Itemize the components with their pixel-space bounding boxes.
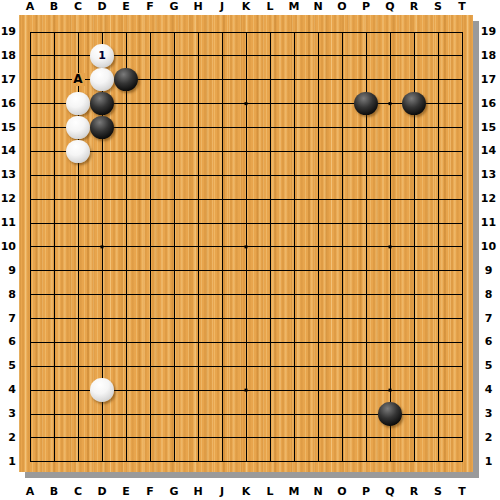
intersection[interactable] <box>258 378 282 402</box>
intersection[interactable] <box>402 163 426 187</box>
intersection[interactable] <box>66 378 90 402</box>
intersection[interactable] <box>258 139 282 163</box>
intersection[interactable] <box>450 307 474 331</box>
intersection[interactable] <box>18 139 42 163</box>
intersection[interactable] <box>258 450 282 474</box>
intersection[interactable] <box>258 187 282 211</box>
intersection[interactable] <box>18 283 42 307</box>
intersection[interactable] <box>18 259 42 283</box>
intersection[interactable] <box>426 330 450 354</box>
intersection[interactable] <box>426 211 450 235</box>
stone-white[interactable] <box>66 92 90 116</box>
intersection[interactable] <box>234 68 258 92</box>
intersection[interactable] <box>282 354 306 378</box>
intersection[interactable] <box>162 44 186 68</box>
intersection[interactable] <box>210 211 234 235</box>
intersection[interactable] <box>138 116 162 140</box>
intersection[interactable] <box>42 211 66 235</box>
intersection[interactable] <box>402 20 426 44</box>
intersection[interactable] <box>186 283 210 307</box>
intersection[interactable] <box>42 139 66 163</box>
intersection[interactable] <box>378 116 402 140</box>
intersection[interactable] <box>450 235 474 259</box>
intersection[interactable] <box>18 44 42 68</box>
intersection[interactable] <box>66 259 90 283</box>
intersection[interactable] <box>42 44 66 68</box>
stone-black[interactable] <box>402 92 426 116</box>
intersection[interactable] <box>330 187 354 211</box>
intersection[interactable] <box>426 139 450 163</box>
intersection[interactable] <box>114 330 138 354</box>
intersection[interactable] <box>282 450 306 474</box>
intersection[interactable] <box>354 187 378 211</box>
intersection[interactable] <box>402 44 426 68</box>
intersection[interactable] <box>210 68 234 92</box>
intersection[interactable] <box>210 330 234 354</box>
intersection[interactable] <box>42 20 66 44</box>
intersection[interactable] <box>450 92 474 116</box>
intersection[interactable] <box>258 402 282 426</box>
intersection[interactable] <box>138 450 162 474</box>
intersection[interactable] <box>354 163 378 187</box>
intersection[interactable] <box>378 450 402 474</box>
intersection[interactable] <box>210 139 234 163</box>
intersection[interactable] <box>330 426 354 450</box>
intersection[interactable] <box>210 426 234 450</box>
intersection[interactable] <box>402 402 426 426</box>
intersection[interactable] <box>258 44 282 68</box>
intersection[interactable] <box>282 211 306 235</box>
intersection[interactable] <box>66 20 90 44</box>
intersection[interactable] <box>138 211 162 235</box>
intersection[interactable] <box>90 402 114 426</box>
intersection[interactable] <box>138 235 162 259</box>
intersection[interactable] <box>282 378 306 402</box>
intersection[interactable] <box>210 307 234 331</box>
intersection[interactable] <box>210 354 234 378</box>
intersection[interactable] <box>330 235 354 259</box>
intersection[interactable] <box>114 307 138 331</box>
intersection[interactable] <box>426 116 450 140</box>
intersection[interactable] <box>138 68 162 92</box>
intersection[interactable] <box>330 211 354 235</box>
intersection[interactable] <box>234 44 258 68</box>
intersection[interactable] <box>378 20 402 44</box>
intersection[interactable] <box>138 20 162 44</box>
intersection[interactable] <box>354 283 378 307</box>
intersection[interactable] <box>210 44 234 68</box>
intersection[interactable] <box>114 402 138 426</box>
intersection[interactable] <box>42 378 66 402</box>
intersection[interactable] <box>114 426 138 450</box>
intersection[interactable] <box>114 20 138 44</box>
intersection[interactable] <box>282 307 306 331</box>
intersection[interactable] <box>90 20 114 44</box>
intersection[interactable] <box>42 426 66 450</box>
intersection[interactable] <box>402 354 426 378</box>
intersection[interactable] <box>114 116 138 140</box>
intersection[interactable] <box>234 211 258 235</box>
intersection[interactable] <box>210 20 234 44</box>
intersection[interactable] <box>282 92 306 116</box>
intersection[interactable] <box>234 283 258 307</box>
intersection[interactable] <box>426 259 450 283</box>
intersection[interactable] <box>306 283 330 307</box>
intersection[interactable] <box>282 68 306 92</box>
intersection[interactable] <box>90 259 114 283</box>
intersection[interactable] <box>162 283 186 307</box>
intersection[interactable] <box>234 402 258 426</box>
intersection[interactable] <box>282 20 306 44</box>
intersection[interactable] <box>42 259 66 283</box>
intersection[interactable] <box>282 187 306 211</box>
intersection[interactable] <box>306 450 330 474</box>
intersection[interactable] <box>186 187 210 211</box>
intersection[interactable] <box>234 426 258 450</box>
intersection[interactable] <box>234 354 258 378</box>
intersection[interactable] <box>18 211 42 235</box>
intersection[interactable] <box>66 450 90 474</box>
intersection[interactable] <box>354 378 378 402</box>
intersection[interactable] <box>42 283 66 307</box>
stone-black[interactable] <box>354 92 378 116</box>
intersection[interactable] <box>306 378 330 402</box>
intersection[interactable] <box>450 426 474 450</box>
stone-white[interactable] <box>90 378 114 402</box>
intersection[interactable] <box>186 139 210 163</box>
intersection[interactable] <box>354 330 378 354</box>
intersection[interactable] <box>114 163 138 187</box>
intersection[interactable] <box>90 354 114 378</box>
intersection[interactable] <box>90 283 114 307</box>
intersection[interactable] <box>90 307 114 331</box>
intersection[interactable] <box>330 450 354 474</box>
intersection[interactable] <box>210 116 234 140</box>
intersection[interactable] <box>114 235 138 259</box>
intersection[interactable] <box>42 307 66 331</box>
intersection[interactable] <box>450 378 474 402</box>
intersection[interactable] <box>66 116 90 140</box>
intersection[interactable] <box>426 187 450 211</box>
intersection[interactable] <box>258 68 282 92</box>
intersection[interactable] <box>282 163 306 187</box>
intersection[interactable] <box>258 163 282 187</box>
intersection[interactable] <box>138 44 162 68</box>
intersection[interactable] <box>426 354 450 378</box>
intersection[interactable] <box>354 116 378 140</box>
intersection[interactable] <box>42 450 66 474</box>
intersection[interactable] <box>306 235 330 259</box>
intersection[interactable] <box>210 259 234 283</box>
intersection[interactable] <box>210 187 234 211</box>
intersection[interactable] <box>162 259 186 283</box>
intersection[interactable] <box>450 163 474 187</box>
intersection[interactable] <box>450 68 474 92</box>
intersection[interactable]: A <box>66 68 90 92</box>
intersection[interactable] <box>402 235 426 259</box>
intersection[interactable] <box>186 307 210 331</box>
intersection[interactable] <box>90 378 114 402</box>
intersection[interactable] <box>90 330 114 354</box>
intersection[interactable] <box>162 211 186 235</box>
stone-black[interactable] <box>90 116 114 140</box>
intersection[interactable] <box>354 92 378 116</box>
intersection[interactable] <box>354 450 378 474</box>
intersection[interactable] <box>138 402 162 426</box>
intersection[interactable] <box>210 92 234 116</box>
intersection[interactable] <box>282 283 306 307</box>
intersection[interactable] <box>282 44 306 68</box>
stone-black[interactable] <box>114 68 138 92</box>
intersection[interactable] <box>138 330 162 354</box>
intersection[interactable] <box>306 426 330 450</box>
intersection[interactable] <box>402 187 426 211</box>
intersection[interactable] <box>114 211 138 235</box>
intersection[interactable] <box>354 354 378 378</box>
intersection[interactable] <box>306 330 330 354</box>
stone-white[interactable]: 1 <box>90 44 114 68</box>
intersection[interactable] <box>234 163 258 187</box>
intersection[interactable] <box>330 116 354 140</box>
intersection[interactable] <box>162 116 186 140</box>
intersection[interactable] <box>138 378 162 402</box>
intersection[interactable] <box>330 330 354 354</box>
intersection[interactable] <box>162 92 186 116</box>
intersection[interactable] <box>90 116 114 140</box>
intersection[interactable] <box>138 307 162 331</box>
intersection[interactable] <box>402 92 426 116</box>
intersection[interactable] <box>90 68 114 92</box>
intersection[interactable] <box>378 139 402 163</box>
intersection[interactable] <box>354 44 378 68</box>
intersection[interactable] <box>378 283 402 307</box>
intersection[interactable] <box>402 426 426 450</box>
intersection[interactable] <box>114 259 138 283</box>
intersection[interactable] <box>354 235 378 259</box>
intersection[interactable] <box>330 20 354 44</box>
intersection[interactable] <box>426 426 450 450</box>
intersection[interactable] <box>42 92 66 116</box>
intersection[interactable] <box>402 68 426 92</box>
intersection[interactable] <box>18 116 42 140</box>
stone-white[interactable] <box>66 140 90 164</box>
intersection[interactable] <box>354 307 378 331</box>
intersection[interactable] <box>378 402 402 426</box>
stone-white[interactable] <box>90 68 114 92</box>
intersection[interactable] <box>90 139 114 163</box>
stone-black[interactable] <box>90 92 114 116</box>
intersection[interactable] <box>450 330 474 354</box>
intersection[interactable] <box>378 44 402 68</box>
intersection[interactable] <box>162 307 186 331</box>
intersection[interactable] <box>258 354 282 378</box>
intersection[interactable] <box>330 259 354 283</box>
intersection[interactable] <box>162 330 186 354</box>
intersection[interactable] <box>330 354 354 378</box>
intersection[interactable] <box>234 330 258 354</box>
intersection[interactable] <box>258 259 282 283</box>
intersection[interactable] <box>282 426 306 450</box>
intersection[interactable] <box>426 163 450 187</box>
intersection[interactable] <box>426 20 450 44</box>
intersection[interactable] <box>402 139 426 163</box>
intersection[interactable] <box>378 211 402 235</box>
intersection[interactable] <box>306 163 330 187</box>
intersection[interactable] <box>450 116 474 140</box>
intersection[interactable] <box>114 450 138 474</box>
intersection[interactable] <box>138 354 162 378</box>
intersection[interactable] <box>402 259 426 283</box>
intersection[interactable] <box>402 378 426 402</box>
intersection[interactable] <box>450 20 474 44</box>
intersection[interactable] <box>186 163 210 187</box>
intersection[interactable] <box>330 163 354 187</box>
intersection[interactable] <box>402 211 426 235</box>
intersection[interactable] <box>66 235 90 259</box>
intersection[interactable] <box>18 307 42 331</box>
intersection[interactable] <box>354 20 378 44</box>
intersection[interactable] <box>330 44 354 68</box>
intersection[interactable] <box>66 139 90 163</box>
intersection[interactable] <box>186 68 210 92</box>
intersection[interactable]: 1 <box>90 44 114 68</box>
intersection[interactable] <box>450 187 474 211</box>
intersection[interactable] <box>258 283 282 307</box>
intersection[interactable] <box>450 139 474 163</box>
intersection[interactable] <box>258 116 282 140</box>
intersection[interactable] <box>402 116 426 140</box>
intersection[interactable] <box>186 426 210 450</box>
intersection[interactable] <box>378 330 402 354</box>
stone-black[interactable] <box>378 402 402 426</box>
intersection[interactable] <box>114 283 138 307</box>
intersection[interactable] <box>330 378 354 402</box>
intersection[interactable] <box>210 235 234 259</box>
intersection[interactable] <box>234 139 258 163</box>
intersection[interactable] <box>258 426 282 450</box>
intersection[interactable] <box>306 307 330 331</box>
intersection[interactable] <box>162 378 186 402</box>
intersection[interactable] <box>282 139 306 163</box>
intersection[interactable] <box>138 283 162 307</box>
intersection[interactable] <box>18 354 42 378</box>
intersection[interactable] <box>234 187 258 211</box>
intersection[interactable] <box>18 426 42 450</box>
intersection[interactable] <box>426 402 450 426</box>
intersection[interactable] <box>114 139 138 163</box>
intersection[interactable] <box>330 307 354 331</box>
intersection[interactable] <box>402 307 426 331</box>
intersection[interactable] <box>426 68 450 92</box>
intersection[interactable] <box>186 116 210 140</box>
intersection[interactable] <box>378 307 402 331</box>
intersection[interactable] <box>66 211 90 235</box>
intersection[interactable] <box>306 354 330 378</box>
intersection[interactable] <box>258 92 282 116</box>
intersection[interactable] <box>66 330 90 354</box>
intersection[interactable] <box>402 283 426 307</box>
intersection[interactable] <box>378 163 402 187</box>
intersection[interactable] <box>162 187 186 211</box>
intersection[interactable] <box>90 426 114 450</box>
intersection[interactable] <box>306 187 330 211</box>
intersection[interactable] <box>210 378 234 402</box>
intersection[interactable] <box>138 92 162 116</box>
intersection[interactable] <box>306 139 330 163</box>
intersection[interactable] <box>378 259 402 283</box>
intersection[interactable] <box>450 44 474 68</box>
intersection[interactable] <box>234 235 258 259</box>
intersection[interactable] <box>42 402 66 426</box>
intersection[interactable] <box>90 450 114 474</box>
intersection[interactable] <box>402 330 426 354</box>
intersection[interactable] <box>426 378 450 402</box>
intersection[interactable] <box>162 450 186 474</box>
intersection[interactable] <box>426 92 450 116</box>
intersection[interactable] <box>210 283 234 307</box>
intersection[interactable] <box>186 92 210 116</box>
intersection[interactable] <box>282 235 306 259</box>
intersection[interactable] <box>354 259 378 283</box>
intersection[interactable] <box>354 68 378 92</box>
intersection[interactable] <box>18 20 42 44</box>
intersection[interactable] <box>330 68 354 92</box>
intersection[interactable] <box>354 426 378 450</box>
intersection[interactable] <box>66 402 90 426</box>
intersection[interactable] <box>138 426 162 450</box>
intersection[interactable] <box>378 235 402 259</box>
intersection[interactable] <box>210 163 234 187</box>
intersection[interactable] <box>186 378 210 402</box>
intersection[interactable] <box>42 116 66 140</box>
stone-white[interactable] <box>66 116 90 140</box>
intersection[interactable] <box>330 139 354 163</box>
intersection[interactable] <box>66 307 90 331</box>
intersection[interactable] <box>114 187 138 211</box>
intersection[interactable] <box>234 378 258 402</box>
intersection[interactable] <box>306 68 330 92</box>
intersection[interactable] <box>18 68 42 92</box>
intersection[interactable] <box>18 163 42 187</box>
intersection[interactable] <box>258 235 282 259</box>
intersection[interactable] <box>90 92 114 116</box>
intersection[interactable] <box>162 354 186 378</box>
intersection[interactable] <box>66 163 90 187</box>
intersection[interactable] <box>186 450 210 474</box>
intersection[interactable] <box>114 44 138 68</box>
intersection[interactable] <box>186 259 210 283</box>
intersection[interactable] <box>378 187 402 211</box>
intersection[interactable] <box>114 354 138 378</box>
intersection[interactable] <box>378 426 402 450</box>
intersection[interactable] <box>426 283 450 307</box>
intersection[interactable] <box>282 330 306 354</box>
intersection[interactable] <box>18 92 42 116</box>
intersection[interactable] <box>66 354 90 378</box>
intersection[interactable] <box>282 116 306 140</box>
intersection[interactable] <box>90 211 114 235</box>
intersection[interactable] <box>162 402 186 426</box>
intersection[interactable] <box>306 259 330 283</box>
intersection[interactable] <box>66 44 90 68</box>
intersection[interactable] <box>90 235 114 259</box>
intersection[interactable] <box>258 20 282 44</box>
intersection[interactable] <box>18 402 42 426</box>
intersection[interactable] <box>306 92 330 116</box>
intersection[interactable] <box>162 139 186 163</box>
intersection[interactable] <box>282 402 306 426</box>
intersection[interactable] <box>234 259 258 283</box>
